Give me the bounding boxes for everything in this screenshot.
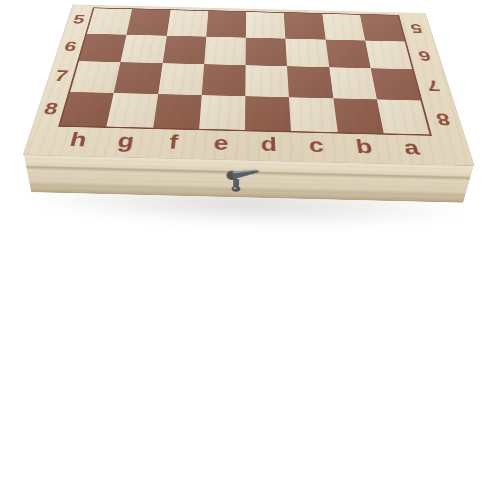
- file-label-b: b: [338, 134, 391, 164]
- square-h7: [70, 61, 120, 93]
- square-e5: [206, 11, 246, 37]
- board-squares: [58, 7, 432, 135]
- square-c8: [289, 97, 337, 132]
- square-d6: [246, 37, 288, 66]
- file-label-d: d: [245, 131, 294, 161]
- square-g5: [127, 9, 170, 35]
- square-d5: [246, 12, 286, 38]
- square-a8: [377, 99, 430, 134]
- square-f5: [166, 10, 208, 36]
- square-g8: [107, 93, 158, 128]
- square-c5: [284, 13, 325, 39]
- square-g6: [121, 34, 167, 63]
- square-e8: [199, 95, 245, 130]
- square-d8: [245, 96, 291, 131]
- square-a5: [360, 15, 405, 41]
- square-b6: [325, 39, 370, 68]
- clasp-latch: [223, 165, 263, 197]
- product-photo: 5678 5678 hgfedcba: [0, 0, 500, 500]
- square-e7: [202, 64, 246, 96]
- square-e6: [204, 36, 246, 65]
- file-label-c: c: [292, 132, 343, 162]
- square-d7: [245, 65, 289, 97]
- square-a7: [371, 68, 421, 100]
- file-label-a: a: [385, 135, 440, 165]
- square-f8: [153, 94, 202, 129]
- file-label-e: e: [196, 130, 245, 160]
- square-g7: [114, 62, 162, 94]
- square-h8: [60, 92, 114, 127]
- square-b8: [333, 98, 384, 133]
- chess-box: 5678 5678 hgfedcba: [24, 5, 474, 165]
- square-f7: [158, 63, 204, 95]
- square-f6: [162, 35, 206, 64]
- square-h5: [87, 8, 132, 34]
- square-c7: [287, 66, 333, 98]
- square-b7: [329, 67, 377, 99]
- square-a6: [365, 40, 412, 69]
- square-b5: [322, 14, 365, 40]
- file-label-f: f: [147, 129, 198, 159]
- file-label-g: g: [99, 128, 152, 158]
- board-top: 5678 5678 hgfedcba: [24, 5, 474, 165]
- square-h6: [79, 34, 127, 63]
- file-label-h: h: [50, 127, 105, 157]
- square-c6: [286, 38, 329, 67]
